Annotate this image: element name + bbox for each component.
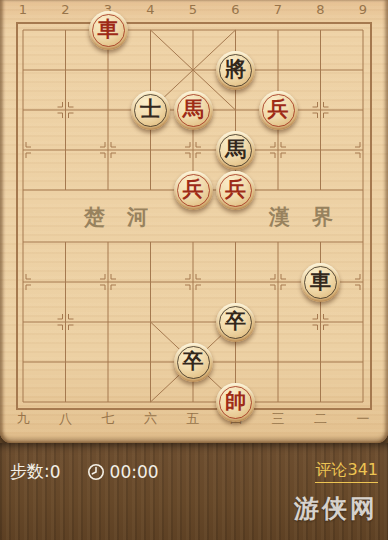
piece-glyph: 車: [310, 271, 331, 292]
file-label-bottom-9: 一: [352, 411, 374, 427]
river-label-left: 楚河: [84, 203, 148, 231]
file-label-bottom-4: 六: [140, 411, 162, 427]
river-label-right: 漢界: [269, 203, 333, 231]
piece-red-chariot[interactable]: 車: [89, 11, 128, 50]
piece-black-advisor[interactable]: 士: [131, 91, 170, 130]
file-label-bottom-8: 二: [310, 411, 332, 427]
piece-glyph: 帥: [225, 391, 246, 412]
piece-black-chariot[interactable]: 車: [301, 263, 340, 302]
piece-red-pawn-a[interactable]: 兵: [259, 91, 298, 130]
piece-red-pawn-c[interactable]: 兵: [216, 171, 255, 210]
file-label-bottom-5: 五: [182, 411, 204, 427]
piece-red-general[interactable]: 帥: [216, 383, 255, 422]
file-label-top-5: 5: [182, 2, 204, 18]
game-screen: 123456789 九八七六五四三二一 楚河 漢界 車將士馬兵馬兵兵車卒卒帥 步…: [0, 0, 388, 540]
piece-black-horse[interactable]: 馬: [216, 131, 255, 170]
move-counter-label: 步数:: [10, 460, 50, 483]
move-counter: 步数: 0: [10, 460, 61, 483]
file-label-top-7: 7: [267, 2, 289, 18]
status-row: 步数: 0 00:00 评论341: [10, 460, 378, 483]
xiangqi-board: 123456789 九八七六五四三二一 楚河 漢界 車將士馬兵馬兵兵車卒卒帥: [0, 0, 388, 443]
status-bar: 步数: 0 00:00 评论341 游侠网: [0, 443, 388, 540]
piece-glyph: 將: [225, 59, 246, 80]
river-char: 河: [127, 203, 148, 231]
timer-value: 00:00: [110, 462, 159, 482]
file-label-top-2: 2: [55, 2, 77, 18]
file-label-top-9: 9: [352, 2, 374, 18]
river-char: 界: [312, 203, 333, 231]
game-timer: 00:00: [87, 462, 159, 482]
file-label-bottom-3: 七: [97, 411, 119, 427]
file-label-top-1: 1: [12, 2, 34, 18]
clock-icon: [87, 463, 105, 481]
comments-link[interactable]: 评论341: [315, 460, 378, 483]
file-label-top-4: 4: [140, 2, 162, 18]
move-counter-value: 0: [50, 462, 61, 482]
piece-glyph: 兵: [268, 99, 289, 120]
piece-black-general[interactable]: 將: [216, 51, 255, 90]
piece-glyph: 馬: [225, 139, 246, 160]
river-char: 漢: [269, 203, 290, 231]
piece-red-horse[interactable]: 馬: [174, 91, 213, 130]
file-label-top-8: 8: [310, 2, 332, 18]
watermark: 游侠网: [294, 492, 378, 525]
file-label-bottom-2: 八: [55, 411, 77, 427]
piece-black-pawn-b[interactable]: 卒: [174, 343, 213, 382]
piece-glyph: 兵: [225, 179, 246, 200]
piece-glyph: 兵: [183, 179, 204, 200]
piece-glyph: 士: [140, 99, 161, 120]
piece-glyph: 馬: [183, 99, 204, 120]
piece-black-pawn-a[interactable]: 卒: [216, 303, 255, 342]
file-label-bottom-7: 三: [267, 411, 289, 427]
piece-glyph: 卒: [225, 311, 246, 332]
file-label-top-6: 6: [225, 2, 247, 18]
file-label-bottom-1: 九: [12, 411, 34, 427]
piece-red-pawn-b[interactable]: 兵: [174, 171, 213, 210]
piece-glyph: 卒: [183, 351, 204, 372]
river-char: 楚: [84, 203, 105, 231]
piece-glyph: 車: [98, 19, 119, 40]
